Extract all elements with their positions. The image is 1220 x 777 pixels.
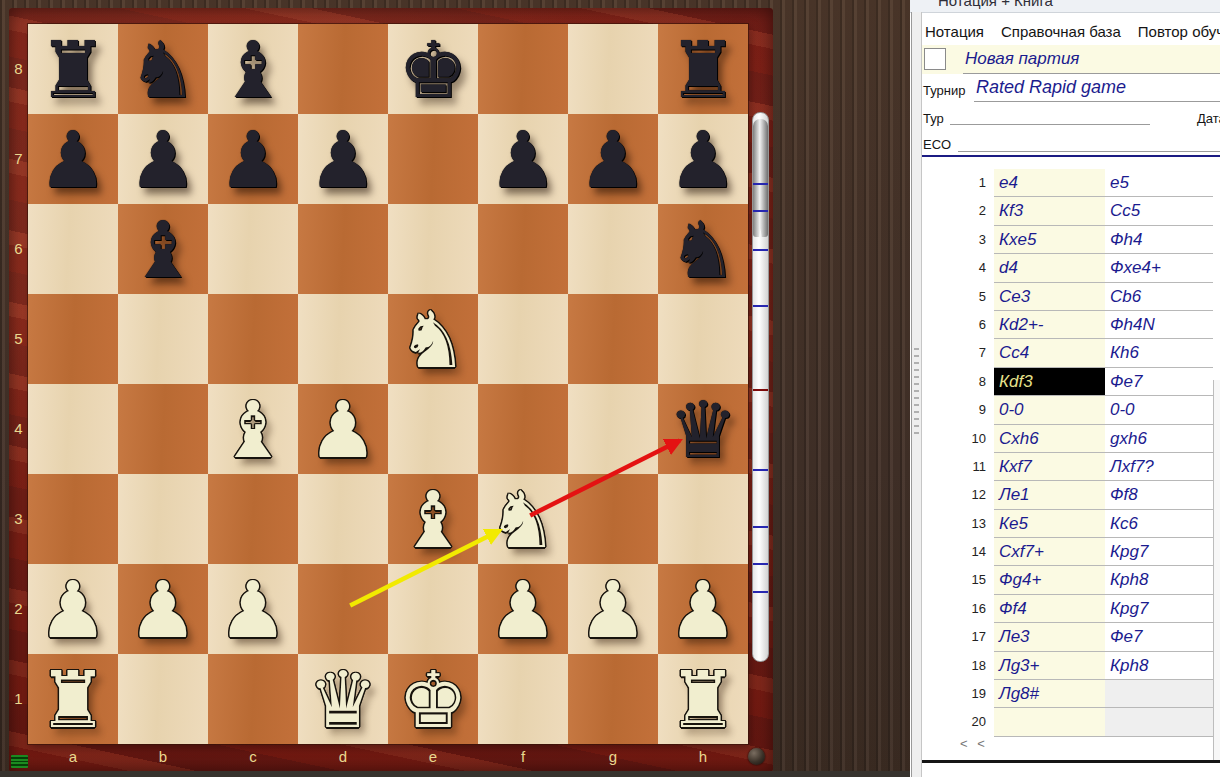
piece-white-p[interactable]: ♟ [28,564,118,654]
square-e6[interactable] [388,204,478,294]
move-number: 2 [910,197,994,225]
move-black-7[interactable]: Кh6 [1105,339,1213,367]
eval-tick [753,591,768,593]
square-a1[interactable]: ♜ [28,654,118,744]
square-f1[interactable] [478,654,568,744]
square-e1[interactable]: ♚ [388,654,478,744]
move-white-3[interactable]: Кxe5 [994,226,1105,254]
move-white-4[interactable]: d4 [994,254,1105,282]
window-bottom-edge [0,771,910,777]
square-a4[interactable] [28,384,118,474]
square-h7[interactable]: ♟ [658,114,748,204]
file-label-d: d [298,747,388,767]
move-number: 4 [910,254,994,282]
file-label-c: c [208,747,298,767]
piece-white-r[interactable]: ♜ [658,654,748,744]
square-f2[interactable]: ♟ [478,564,568,654]
square-f4[interactable] [478,384,568,474]
eval-tick [753,526,768,528]
square-h6[interactable]: ♞ [658,204,748,294]
rank-label-8: 8 [9,24,28,114]
move-black-15[interactable]: Крh8 [1105,566,1213,594]
piece-white-b[interactable]: ♝ [208,384,298,474]
square-h2[interactable]: ♟ [658,564,748,654]
square-h4[interactable]: ♛ [658,384,748,474]
square-a6[interactable] [28,204,118,294]
square-e5[interactable]: ♞ [388,294,478,384]
piece-white-k[interactable]: ♚ [388,654,478,744]
evaluation-slider-thumb[interactable] [753,119,768,237]
square-g1[interactable] [568,654,658,744]
move-white-15[interactable]: Фg4+ [994,566,1105,594]
square-g2[interactable]: ♟ [568,564,658,654]
square-h5[interactable] [658,294,748,384]
move-white-16[interactable]: Фf4 [994,595,1105,623]
move-white-12[interactable]: Ле1 [994,481,1105,509]
square-b5[interactable] [118,294,208,384]
square-g7[interactable]: ♟ [568,114,658,204]
square-c6[interactable] [208,204,298,294]
square-f8[interactable] [478,24,568,114]
square-b8[interactable]: ♞ [118,24,208,114]
file-label-b: b [118,747,208,767]
square-d2[interactable] [298,564,388,654]
square-f7[interactable]: ♟ [478,114,568,204]
move-black-20 [1105,708,1213,736]
tab-training-replay[interactable]: Повтор обуч [1138,23,1220,40]
round-label: Тур [923,111,944,126]
square-g6[interactable] [568,204,658,294]
move-black-3[interactable]: Фh4 [1105,226,1213,254]
panel-title-text: Нотация + Книга [938,0,1220,9]
square-h1[interactable]: ♜ [658,654,748,744]
board-squares: ♜♞♝♚♜♟♟♟♟♟♟♟♝♞♞♝♟♛♝♞♟♟♟♟♟♟♜♛♚♜ [28,24,748,744]
rank-label-2: 2 [9,564,28,654]
square-a8[interactable]: ♜ [28,24,118,114]
square-e3[interactable]: ♝ [388,474,478,564]
eval-tick [753,305,768,307]
header-divider [920,155,1220,157]
move-white-1[interactable]: e4 [994,169,1105,197]
square-e2[interactable] [388,564,478,654]
chess-board-frame: ♜♞♝♚♜♟♟♟♟♟♟♟♝♞♞♝♟♛♝♞♟♟♟♟♟♟♜♛♚♜ 87654321 … [9,8,773,772]
move-number: 15 [910,566,994,594]
piece-black-b[interactable]: ♝ [208,24,298,114]
collapse-variations-button[interactable]: < < [960,736,988,751]
move-white-7[interactable]: Сc4 [994,339,1105,367]
move-white-9[interactable]: 0-0 [994,396,1105,424]
square-d8[interactable] [298,24,388,114]
square-e4[interactable] [388,384,478,474]
panel-left-scrollbar[interactable] [911,12,922,777]
move-number: 18 [910,652,994,680]
square-e8[interactable]: ♚ [388,24,478,114]
move-black-2[interactable]: Сc5 [1105,197,1213,225]
tournament-label: Турнир [923,83,965,98]
square-d6[interactable] [298,204,388,294]
round-field[interactable] [950,124,1150,125]
file-label-h: h [658,747,748,767]
moves-table: 1e4e52Кf3Сc53Кxe5Фh44d4Фxe4+5Се3Сb66Кd2+… [910,169,1213,737]
new-game-checkbox[interactable] [924,48,946,70]
move-number: 5 [910,283,994,311]
board-menu-icon[interactable] [11,755,28,768]
piece-white-p[interactable]: ♟ [568,564,658,654]
piece-black-p[interactable]: ♟ [208,114,298,204]
square-g5[interactable] [568,294,658,384]
move-black-19 [1105,680,1213,708]
square-c2[interactable]: ♟ [208,564,298,654]
rank-label-5: 5 [9,294,28,384]
piece-white-n[interactable]: ♞ [478,474,568,564]
square-h3[interactable] [658,474,748,564]
move-white-20 [994,708,1105,736]
notation-bottom-divider [921,760,1220,763]
square-b6[interactable]: ♝ [118,204,208,294]
move-black-9[interactable]: 0-0 [1105,396,1213,424]
piece-white-n[interactable]: ♞ [388,294,478,384]
move-number: 11 [910,453,994,481]
square-a5[interactable] [28,294,118,384]
move-black-17[interactable]: Фe7 [1105,623,1213,651]
move-number: 9 [910,396,994,424]
move-white-19[interactable]: Лg8# [994,680,1105,708]
file-label-a: a [28,747,118,767]
piece-black-r[interactable]: ♜ [658,24,748,114]
move-black-8[interactable]: Фe7 [1105,368,1213,396]
move-number: 10 [910,425,994,453]
square-e7[interactable] [388,114,478,204]
piece-white-p[interactable]: ♟ [478,564,568,654]
move-black-14[interactable]: Крg7 [1105,538,1213,566]
square-f5[interactable] [478,294,568,384]
eval-tick [753,183,768,185]
panel-title-bar[interactable]: Нотация + Книга [910,0,1220,13]
eval-tick [753,563,768,565]
notation-panel: Нотация + Книга НотацияСправочная базаПо… [910,0,1220,777]
panel-tabs: НотацияСправочная базаПовтор обуч [910,13,1220,40]
move-number: 13 [910,510,994,538]
square-b2[interactable]: ♟ [118,564,208,654]
scrollbar-grip[interactable] [914,348,919,434]
piece-white-b[interactable]: ♝ [388,474,478,564]
move-number: 14 [910,538,994,566]
tournament-underline [974,101,1220,102]
piece-black-p[interactable]: ♟ [568,114,658,204]
move-white-8[interactable]: Кdf3 [994,368,1105,396]
move-white-14[interactable]: Сxf7+ [994,538,1105,566]
panel-right-scrollbar[interactable] [1213,380,1220,760]
square-d4[interactable]: ♟ [298,384,388,474]
piece-black-n[interactable]: ♞ [118,24,208,114]
move-black-11[interactable]: Лxf7? [1105,453,1213,481]
piece-black-r[interactable]: ♜ [28,24,118,114]
move-white-11[interactable]: Кxf7 [994,453,1105,481]
move-black-12[interactable]: Фf8 [1105,481,1213,509]
piece-black-k[interactable]: ♚ [388,24,478,114]
move-number: 3 [910,226,994,254]
move-black-10[interactable]: gxh6 [1105,425,1213,453]
move-black-5[interactable]: Сb6 [1105,283,1213,311]
square-b4[interactable] [118,384,208,474]
eval-tick [753,249,768,251]
move-number: 12 [910,481,994,509]
move-number: 16 [910,595,994,623]
square-a7[interactable]: ♟ [28,114,118,204]
square-c1[interactable] [208,654,298,744]
move-white-2[interactable]: Кf3 [994,197,1105,225]
tournament-value[interactable]: Rated Rapid game [976,77,1126,98]
piece-black-p[interactable]: ♟ [478,114,568,204]
square-b7[interactable]: ♟ [118,114,208,204]
square-f3[interactable]: ♞ [478,474,568,564]
move-black-6[interactable]: Фh4N [1105,311,1213,339]
rank-label-1: 1 [9,654,28,744]
move-number: 8 [910,368,994,396]
square-b1[interactable] [118,654,208,744]
piece-black-p[interactable]: ♟ [298,114,388,204]
move-black-18[interactable]: Крh8 [1105,652,1213,680]
move-number: 6 [910,311,994,339]
piece-black-p[interactable]: ♟ [28,114,118,204]
evaluation-slider-track[interactable] [752,112,769,662]
board-corner-button[interactable] [748,748,765,765]
piece-white-r[interactable]: ♜ [28,654,118,744]
move-black-4[interactable]: Фxe4+ [1105,254,1213,282]
tab-notation[interactable]: Нотация [925,23,984,40]
square-c8[interactable]: ♝ [208,24,298,114]
move-number: 1 [910,169,994,197]
move-white-13[interactable]: Ке5 [994,510,1105,538]
square-d7[interactable]: ♟ [298,114,388,204]
piece-black-n[interactable]: ♞ [658,204,748,294]
square-f6[interactable] [478,204,568,294]
game-title: Новая партия [965,49,1079,69]
move-black-1[interactable]: e5 [1105,169,1213,197]
square-c3[interactable] [208,474,298,564]
piece-white-p[interactable]: ♟ [298,384,388,474]
square-g4[interactable] [568,384,658,474]
eval-tick [753,210,768,212]
piece-black-q[interactable]: ♛ [658,384,748,474]
piece-white-p[interactable]: ♟ [118,564,208,654]
move-white-18[interactable]: Лg3+ [994,652,1105,680]
square-c5[interactable] [208,294,298,384]
move-white-6[interactable]: Кd2+- [994,311,1105,339]
square-d3[interactable] [298,474,388,564]
date-label: Дата [1197,111,1220,126]
move-black-16[interactable]: Крg7 [1105,595,1213,623]
move-number: 7 [910,339,994,367]
eval-center-tick [753,389,768,391]
rank-label-3: 3 [9,474,28,564]
move-number: 19 [910,680,994,708]
move-white-10[interactable]: Сxh6 [994,425,1105,453]
square-c4[interactable]: ♝ [208,384,298,474]
square-g3[interactable] [568,474,658,564]
move-white-5[interactable]: Се3 [994,283,1105,311]
square-d1[interactable]: ♛ [298,654,388,744]
square-b3[interactable] [118,474,208,564]
rank-label-4: 4 [9,384,28,474]
new-game-row: Новая партия [921,45,1220,74]
move-number: 20 [910,708,994,736]
piece-black-p[interactable]: ♟ [658,114,748,204]
square-c7[interactable]: ♟ [208,114,298,204]
eval-tick [753,469,768,471]
piece-white-p[interactable]: ♟ [208,564,298,654]
piece-white-q[interactable]: ♛ [298,654,388,744]
move-number: 17 [910,623,994,651]
square-g8[interactable] [568,24,658,114]
piece-white-p[interactable]: ♟ [658,564,748,654]
file-label-e: e [388,747,478,767]
eco-label: ECO [923,137,951,152]
file-label-f: f [478,747,568,767]
square-h8[interactable]: ♜ [658,24,748,114]
tab-reference-base[interactable]: Справочная база [1001,23,1121,40]
square-d5[interactable] [298,294,388,384]
square-a2[interactable]: ♟ [28,564,118,654]
file-label-g: g [568,747,658,767]
chess-application: ♜♞♝♚♜♟♟♟♟♟♟♟♝♞♞♝♟♛♝♞♟♟♟♟♟♟♜♛♚♜ 87654321 … [0,0,1220,777]
game-title-underline [963,73,1220,74]
piece-black-b[interactable]: ♝ [118,204,208,294]
square-a3[interactable] [28,474,118,564]
move-black-13[interactable]: Кc6 [1105,510,1213,538]
rank-label-7: 7 [9,114,28,204]
piece-black-p[interactable]: ♟ [118,114,208,204]
eco-field[interactable] [958,151,1220,152]
rank-label-6: 6 [9,204,28,294]
move-white-17[interactable]: Ле3 [994,623,1105,651]
